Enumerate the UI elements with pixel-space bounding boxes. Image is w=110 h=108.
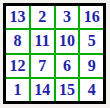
cell-r1c1: 11 [31, 30, 54, 52]
cell-r3c0: 1 [6, 79, 29, 101]
magic-square-board: 13231681110512769114154 [3, 3, 106, 104]
magic-square-grid: 13231681110512769114154 [6, 6, 103, 101]
cell-r3c1: 14 [31, 79, 54, 101]
cell-r1c0: 8 [6, 30, 29, 52]
cell-r1c3: 5 [80, 30, 103, 52]
cell-r1c2: 10 [56, 30, 79, 52]
cell-r3c3: 4 [80, 79, 103, 101]
cell-r2c0: 12 [6, 55, 29, 77]
cell-r0c1: 2 [31, 6, 54, 28]
cell-r0c2: 3 [56, 6, 79, 28]
cell-r2c2: 6 [56, 55, 79, 77]
cell-r2c1: 7 [31, 55, 54, 77]
page: { "game": "magic-square-4x4", "position"… [0, 0, 110, 108]
cell-r0c0: 13 [6, 6, 29, 28]
cell-r3c2: 15 [56, 79, 79, 101]
cell-r0c3: 16 [80, 6, 103, 28]
cell-r2c3: 9 [80, 55, 103, 77]
